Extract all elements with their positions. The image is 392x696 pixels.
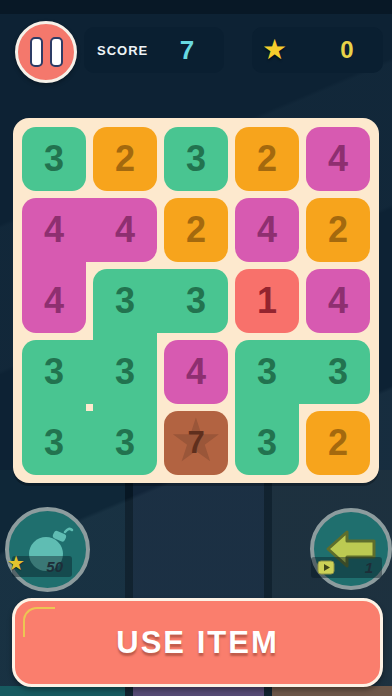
tile-r5c3[interactable]: ★7 bbox=[164, 411, 228, 475]
skyline-strip-brown bbox=[272, 686, 392, 696]
tile-number: 3 bbox=[44, 422, 64, 464]
tile-r2c3[interactable]: 2 bbox=[164, 198, 228, 262]
board-grid: 3232444242433143343333★732 bbox=[22, 127, 370, 475]
tile-r5c1[interactable]: 3 bbox=[22, 411, 86, 475]
tile-number: 2 bbox=[115, 138, 135, 180]
skyline-strip-purple bbox=[133, 686, 264, 696]
tile-r4c2[interactable]: 3 bbox=[93, 340, 157, 404]
tile-r1c1[interactable]: 3 bbox=[22, 127, 86, 191]
tile-merge-connector bbox=[86, 340, 93, 404]
tile-number: 3 bbox=[328, 351, 348, 393]
tile-number: 4 bbox=[328, 280, 348, 322]
tile-merge-connector bbox=[93, 333, 157, 340]
pause-icon bbox=[30, 37, 43, 67]
video-ad-icon bbox=[317, 560, 335, 575]
tile-number: 4 bbox=[44, 209, 64, 251]
undo-count: 1 bbox=[365, 559, 373, 576]
tile-merge-connector bbox=[86, 411, 93, 475]
use-item-label: USE ITEM bbox=[116, 625, 278, 661]
tile-number: 2 bbox=[257, 138, 277, 180]
tile-r1c3[interactable]: 3 bbox=[164, 127, 228, 191]
board: 3232444242433143343333★732 bbox=[13, 118, 379, 483]
tile-number: 3 bbox=[44, 351, 64, 393]
tile-number: 3 bbox=[115, 280, 135, 322]
skyline-strip-teal bbox=[0, 686, 125, 696]
tile-r1c4[interactable]: 2 bbox=[235, 127, 299, 191]
tile-r5c4[interactable]: 3 bbox=[235, 411, 299, 475]
corner-bracket bbox=[23, 607, 55, 637]
tile-r2c1[interactable]: 4 bbox=[22, 198, 86, 262]
tile-number: 7 bbox=[187, 425, 204, 461]
star-icon: ★ bbox=[7, 553, 25, 573]
tile-r3c1[interactable]: 4 bbox=[22, 269, 86, 333]
star-icon: ★ bbox=[262, 36, 287, 64]
tile-number: 2 bbox=[328, 209, 348, 251]
tile-r3c4[interactable]: 1 bbox=[235, 269, 299, 333]
tile-number: 3 bbox=[186, 138, 206, 180]
tile-number: 3 bbox=[44, 138, 64, 180]
bomb-count: 50 bbox=[46, 558, 63, 575]
tile-number: 3 bbox=[257, 351, 277, 393]
tile-r3c3[interactable]: 3 bbox=[164, 269, 228, 333]
tile-merge-connector bbox=[22, 262, 86, 269]
star-count: 0 bbox=[332, 36, 362, 64]
tile-merge-connector bbox=[157, 269, 164, 333]
pause-button[interactable] bbox=[15, 21, 77, 83]
tile-number: 3 bbox=[186, 280, 206, 322]
bomb-item-button[interactable] bbox=[5, 507, 90, 592]
tile-merge-connector bbox=[299, 340, 306, 404]
tile-number: 1 bbox=[257, 280, 277, 322]
tile-merge-connector bbox=[93, 404, 157, 411]
bomb-count-badge: ★ 50 bbox=[12, 556, 72, 577]
tile-r1c5[interactable]: 4 bbox=[306, 127, 370, 191]
tile-number: 4 bbox=[257, 209, 277, 251]
game-screen: SCORE 7 ★ 0 3232444242433143343333★732 ★… bbox=[0, 0, 392, 696]
use-item-button[interactable]: USE ITEM bbox=[12, 598, 383, 687]
tile-number: 3 bbox=[115, 351, 135, 393]
tile-number: 4 bbox=[186, 351, 206, 393]
tile-merge-connector bbox=[86, 198, 93, 262]
tile-r4c4[interactable]: 3 bbox=[235, 340, 299, 404]
tile-number: 4 bbox=[44, 280, 64, 322]
tile-r4c1[interactable]: 3 bbox=[22, 340, 86, 404]
tile-r3c5[interactable]: 4 bbox=[306, 269, 370, 333]
tile-r2c2[interactable]: 4 bbox=[93, 198, 157, 262]
tile-number: 4 bbox=[328, 138, 348, 180]
tile-merge-connector bbox=[22, 404, 86, 411]
tile-number: 3 bbox=[257, 422, 277, 464]
tile-r4c3[interactable]: 4 bbox=[164, 340, 228, 404]
undo-count-badge: 1 bbox=[311, 557, 382, 578]
tile-r5c2[interactable]: 3 bbox=[93, 411, 157, 475]
tile-number: 4 bbox=[115, 209, 135, 251]
tile-r3c2[interactable]: 3 bbox=[93, 269, 157, 333]
tile-merge-connector bbox=[235, 404, 299, 411]
tile-r4c5[interactable]: 3 bbox=[306, 340, 370, 404]
score-value: 7 bbox=[172, 35, 202, 66]
tile-number: 2 bbox=[328, 422, 348, 464]
top-shade bbox=[0, 0, 392, 14]
star-panel: ★ 0 bbox=[252, 27, 383, 73]
pause-icon bbox=[50, 37, 63, 67]
score-label: SCORE bbox=[97, 43, 148, 58]
score-panel: SCORE 7 bbox=[84, 27, 224, 73]
tile-r5c5[interactable]: 2 bbox=[306, 411, 370, 475]
tile-r2c4[interactable]: 4 bbox=[235, 198, 299, 262]
tile-r2c5[interactable]: 2 bbox=[306, 198, 370, 262]
tile-r1c2[interactable]: 2 bbox=[93, 127, 157, 191]
tile-number: 3 bbox=[115, 422, 135, 464]
tile-number: 2 bbox=[186, 209, 206, 251]
